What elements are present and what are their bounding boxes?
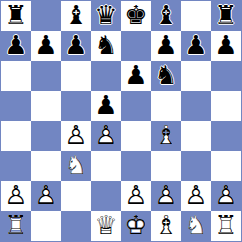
white-pawn-b2: ♟♙ (31, 181, 61, 211)
square-c6[interactable] (61, 61, 91, 91)
square-c8[interactable]: ♝ (61, 1, 91, 31)
square-f7[interactable]: ♟ (151, 31, 181, 61)
square-f6[interactable]: ♞ (151, 61, 181, 91)
black-knight-d7: ♞ (91, 31, 121, 61)
piece-glyph-outline: ♘ (61, 151, 91, 181)
piece-glyph-fill: ♟ (61, 31, 91, 61)
square-d8[interactable]: ♛ (91, 1, 121, 31)
piece-glyph-outline: ♖ (211, 211, 241, 241)
piece-glyph-fill: ♛ (91, 1, 121, 31)
black-queen-d8: ♛ (91, 1, 121, 31)
piece-glyph-outline: ♗ (151, 121, 181, 151)
square-h5[interactable] (211, 91, 241, 121)
square-b8[interactable] (31, 1, 61, 31)
square-e3[interactable] (121, 151, 151, 181)
square-e4[interactable] (121, 121, 151, 151)
square-e7[interactable] (121, 31, 151, 61)
black-pawn-c7: ♟ (61, 31, 91, 61)
white-bishop-f1: ♝♗ (151, 211, 181, 241)
square-d1[interactable]: ♛♕ (91, 211, 121, 241)
square-a4[interactable] (1, 121, 31, 151)
square-g5[interactable] (181, 91, 211, 121)
black-knight-f6: ♞ (151, 61, 181, 91)
square-h8[interactable]: ♜ (211, 1, 241, 31)
square-h1[interactable]: ♜♖ (211, 211, 241, 241)
piece-glyph-fill: ♚ (121, 1, 151, 31)
square-d4[interactable]: ♟♙ (91, 121, 121, 151)
square-d3[interactable] (91, 151, 121, 181)
piece-glyph-outline: ♙ (181, 181, 211, 211)
square-g2[interactable]: ♟♙ (181, 181, 211, 211)
square-h4[interactable] (211, 121, 241, 151)
piece-glyph-fill: ♟ (151, 31, 181, 61)
square-d5[interactable]: ♟ (91, 91, 121, 121)
square-b1[interactable] (31, 211, 61, 241)
white-knight-c3: ♞♘ (61, 151, 91, 181)
square-e1[interactable]: ♚♔ (121, 211, 151, 241)
square-b4[interactable] (31, 121, 61, 151)
square-a3[interactable] (1, 151, 31, 181)
square-f5[interactable] (151, 91, 181, 121)
piece-glyph-outline: ♙ (31, 181, 61, 211)
square-h6[interactable] (211, 61, 241, 91)
white-pawn-c4: ♟♙ (61, 121, 91, 151)
piece-glyph-outline: ♕ (91, 211, 121, 241)
square-a7[interactable]: ♟ (1, 31, 31, 61)
black-rook-a8: ♜ (1, 1, 31, 31)
piece-glyph-fill: ♝ (61, 1, 91, 31)
black-pawn-a7: ♟ (1, 31, 31, 61)
square-a8[interactable]: ♜ (1, 1, 31, 31)
white-pawn-a2: ♟♙ (1, 181, 31, 211)
black-bishop-c8: ♝ (61, 1, 91, 31)
square-f4[interactable]: ♝♗ (151, 121, 181, 151)
square-d2[interactable] (91, 181, 121, 211)
white-rook-a1: ♜♖ (1, 211, 31, 241)
piece-glyph-fill: ♞ (91, 31, 121, 61)
piece-glyph-fill: ♟ (211, 31, 241, 61)
white-pawn-g2: ♟♙ (181, 181, 211, 211)
square-c1[interactable] (61, 211, 91, 241)
white-pawn-d4: ♟♙ (91, 121, 121, 151)
piece-glyph-outline: ♙ (211, 181, 241, 211)
black-pawn-h7: ♟ (211, 31, 241, 61)
piece-glyph-outline: ♘ (181, 211, 211, 241)
white-pawn-e2: ♟♙ (121, 181, 151, 211)
square-e6[interactable]: ♟ (121, 61, 151, 91)
black-pawn-b7: ♟ (31, 31, 61, 61)
white-knight-g1: ♞♘ (181, 211, 211, 241)
white-pawn-f2: ♟♙ (151, 181, 181, 211)
black-pawn-d5: ♟ (91, 91, 121, 121)
piece-glyph-fill: ♟ (1, 31, 31, 61)
square-c5[interactable] (61, 91, 91, 121)
piece-glyph-outline: ♙ (1, 181, 31, 211)
square-a5[interactable] (1, 91, 31, 121)
piece-glyph-outline: ♙ (151, 181, 181, 211)
square-f8[interactable]: ♝ (151, 1, 181, 31)
white-bishop-f4: ♝♗ (151, 121, 181, 151)
square-c7[interactable]: ♟ (61, 31, 91, 61)
square-d6[interactable] (91, 61, 121, 91)
square-a2[interactable]: ♟♙ (1, 181, 31, 211)
square-h2[interactable]: ♟♙ (211, 181, 241, 211)
square-h7[interactable]: ♟ (211, 31, 241, 61)
black-rook-h8: ♜ (211, 1, 241, 31)
square-f3[interactable] (151, 151, 181, 181)
black-pawn-e6: ♟ (121, 61, 151, 91)
piece-glyph-fill: ♟ (91, 91, 121, 121)
piece-glyph-outline: ♖ (1, 211, 31, 241)
piece-glyph-outline: ♙ (91, 121, 121, 151)
white-queen-d1: ♛♕ (91, 211, 121, 241)
square-e5[interactable] (121, 91, 151, 121)
black-bishop-f8: ♝ (151, 1, 181, 31)
square-c2[interactable] (61, 181, 91, 211)
square-b3[interactable] (31, 151, 61, 181)
square-f1[interactable]: ♝♗ (151, 211, 181, 241)
square-d7[interactable]: ♞ (91, 31, 121, 61)
square-a1[interactable]: ♜♖ (1, 211, 31, 241)
square-b2[interactable]: ♟♙ (31, 181, 61, 211)
chess-board: ♜♝♛♚♝♜♟♟♟♞♟♟♟♟♞♟♟♙♟♙♝♗♞♘♟♙♟♙♟♙♟♙♟♙♟♙♜♖♛♕… (0, 0, 242, 242)
piece-glyph-fill: ♟ (31, 31, 61, 61)
white-pawn-h2: ♟♙ (211, 181, 241, 211)
square-g4[interactable] (181, 121, 211, 151)
piece-glyph-fill: ♜ (211, 1, 241, 31)
piece-glyph-fill: ♞ (151, 61, 181, 91)
square-b7[interactable]: ♟ (31, 31, 61, 61)
piece-glyph-outline: ♙ (61, 121, 91, 151)
black-pawn-f7: ♟ (151, 31, 181, 61)
square-h3[interactable] (211, 151, 241, 181)
piece-glyph-fill: ♝ (151, 1, 181, 31)
square-a6[interactable] (1, 61, 31, 91)
square-c4[interactable]: ♟♙ (61, 121, 91, 151)
piece-glyph-fill: ♟ (121, 61, 151, 91)
square-g7[interactable]: ♟ (181, 31, 211, 61)
square-b5[interactable] (31, 91, 61, 121)
white-rook-h1: ♜♖ (211, 211, 241, 241)
piece-glyph-fill: ♟ (181, 31, 211, 61)
piece-glyph-outline: ♙ (121, 181, 151, 211)
black-king-e8: ♚ (121, 1, 151, 31)
piece-glyph-outline: ♔ (121, 211, 151, 241)
square-g8[interactable] (181, 1, 211, 31)
square-c3[interactable]: ♞♘ (61, 151, 91, 181)
piece-glyph-fill: ♜ (1, 1, 31, 31)
black-pawn-g7: ♟ (181, 31, 211, 61)
square-g6[interactable] (181, 61, 211, 91)
square-e8[interactable]: ♚ (121, 1, 151, 31)
square-g1[interactable]: ♞♘ (181, 211, 211, 241)
white-king-e1: ♚♔ (121, 211, 151, 241)
square-g3[interactable] (181, 151, 211, 181)
square-f2[interactable]: ♟♙ (151, 181, 181, 211)
square-e2[interactable]: ♟♙ (121, 181, 151, 211)
piece-glyph-outline: ♗ (151, 211, 181, 241)
square-b6[interactable] (31, 61, 61, 91)
